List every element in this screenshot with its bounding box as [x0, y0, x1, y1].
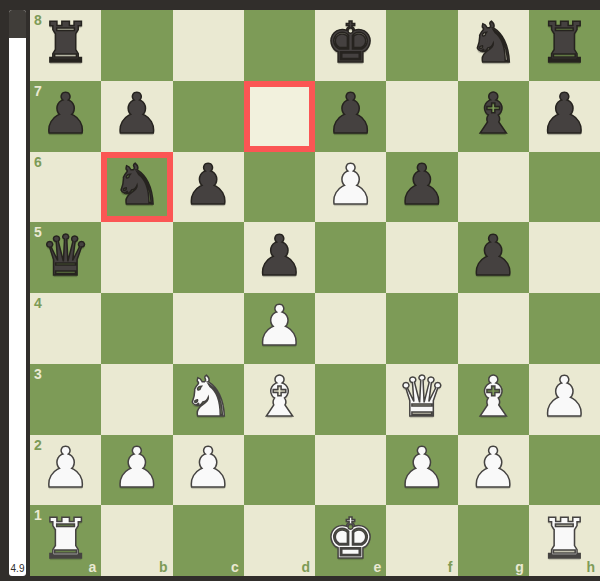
black-rook-a8[interactable]: ♜ — [41, 8, 91, 78]
square-d8[interactable] — [244, 10, 315, 81]
square-g3[interactable]: ♝ — [458, 364, 529, 435]
square-a6[interactable]: 6 — [30, 152, 101, 223]
square-d2[interactable] — [244, 435, 315, 506]
square-c7[interactable] — [173, 81, 244, 152]
white-pawn-f2[interactable]: ♟ — [397, 433, 447, 503]
white-king-e1[interactable]: ♚ — [326, 504, 376, 574]
white-knight-c3[interactable]: ♞ — [183, 362, 233, 432]
square-f4[interactable] — [386, 293, 457, 364]
file-label-d: d — [301, 559, 310, 575]
chess-board: 8♜♚♞♜7♟♟♟♝♟6♞♟♟♟5♛♟♟4♟3♞♝♛♝♟2♟♟♟♟♟1a♜bcd… — [30, 10, 600, 576]
file-label-g: g — [515, 559, 524, 575]
black-pawn-g5[interactable]: ♟ — [468, 221, 518, 291]
square-d3[interactable]: ♝ — [244, 364, 315, 435]
square-h5[interactable] — [529, 222, 600, 293]
black-knight-g8[interactable]: ♞ — [468, 8, 518, 78]
black-pawn-h7[interactable]: ♟ — [539, 79, 589, 149]
square-b8[interactable] — [101, 10, 172, 81]
square-g7[interactable]: ♝ — [458, 81, 529, 152]
evaluation-bar: 4.9 — [9, 10, 26, 576]
square-g6[interactable] — [458, 152, 529, 223]
black-rook-h8[interactable]: ♜ — [539, 8, 589, 78]
square-e5[interactable] — [315, 222, 386, 293]
square-f2[interactable]: ♟ — [386, 435, 457, 506]
square-c8[interactable] — [173, 10, 244, 81]
square-b5[interactable] — [101, 222, 172, 293]
white-pawn-d4[interactable]: ♟ — [254, 291, 304, 361]
square-h2[interactable] — [529, 435, 600, 506]
square-b6[interactable]: ♞ — [101, 152, 172, 223]
evaluation-bar-black-portion — [9, 10, 26, 38]
square-f3[interactable]: ♛ — [386, 364, 457, 435]
rank-label-4: 4 — [34, 295, 42, 311]
square-f1[interactable]: f — [386, 505, 457, 576]
square-b2[interactable]: ♟ — [101, 435, 172, 506]
black-pawn-e7[interactable]: ♟ — [326, 79, 376, 149]
white-pawn-e6[interactable]: ♟ — [326, 150, 376, 220]
black-pawn-f6[interactable]: ♟ — [397, 150, 447, 220]
white-pawn-h3[interactable]: ♟ — [539, 362, 589, 432]
square-f8[interactable] — [386, 10, 457, 81]
square-a5[interactable]: 5♛ — [30, 222, 101, 293]
white-pawn-g2[interactable]: ♟ — [468, 433, 518, 503]
square-d4[interactable]: ♟ — [244, 293, 315, 364]
square-h8[interactable]: ♜ — [529, 10, 600, 81]
square-f7[interactable] — [386, 81, 457, 152]
square-a7[interactable]: 7♟ — [30, 81, 101, 152]
square-d5[interactable]: ♟ — [244, 222, 315, 293]
file-label-c: c — [231, 559, 239, 575]
square-a3[interactable]: 3 — [30, 364, 101, 435]
square-a8[interactable]: 8♜ — [30, 10, 101, 81]
square-b7[interactable]: ♟ — [101, 81, 172, 152]
square-a4[interactable]: 4 — [30, 293, 101, 364]
square-b1[interactable]: b — [101, 505, 172, 576]
black-pawn-c6[interactable]: ♟ — [183, 150, 233, 220]
square-g8[interactable]: ♞ — [458, 10, 529, 81]
square-b4[interactable] — [101, 293, 172, 364]
black-pawn-d5[interactable]: ♟ — [254, 221, 304, 291]
black-knight-b6[interactable]: ♞ — [112, 150, 162, 220]
square-c5[interactable] — [173, 222, 244, 293]
square-g2[interactable]: ♟ — [458, 435, 529, 506]
square-c2[interactable]: ♟ — [173, 435, 244, 506]
square-e7[interactable]: ♟ — [315, 81, 386, 152]
black-pawn-a7[interactable]: ♟ — [41, 79, 91, 149]
square-h4[interactable] — [529, 293, 600, 364]
white-pawn-c2[interactable]: ♟ — [183, 433, 233, 503]
square-b3[interactable] — [101, 364, 172, 435]
white-rook-h1[interactable]: ♜ — [539, 504, 589, 574]
square-d7[interactable] — [244, 81, 315, 152]
square-h6[interactable] — [529, 152, 600, 223]
square-g5[interactable]: ♟ — [458, 222, 529, 293]
black-queen-a5[interactable]: ♛ — [41, 221, 91, 291]
square-c6[interactable]: ♟ — [173, 152, 244, 223]
square-c3[interactable]: ♞ — [173, 364, 244, 435]
white-queen-f3[interactable]: ♛ — [397, 362, 447, 432]
square-f6[interactable]: ♟ — [386, 152, 457, 223]
rank-label-6: 6 — [34, 154, 42, 170]
white-rook-a1[interactable]: ♜ — [41, 504, 91, 574]
square-e3[interactable] — [315, 364, 386, 435]
square-a2[interactable]: 2♟ — [30, 435, 101, 506]
square-e4[interactable] — [315, 293, 386, 364]
square-a1[interactable]: 1a♜ — [30, 505, 101, 576]
white-pawn-b2[interactable]: ♟ — [112, 433, 162, 503]
evaluation-score: 4.9 — [9, 563, 26, 574]
square-d1[interactable]: d — [244, 505, 315, 576]
square-f5[interactable] — [386, 222, 457, 293]
square-e1[interactable]: e♚ — [315, 505, 386, 576]
black-bishop-g7[interactable]: ♝ — [468, 79, 518, 149]
square-e6[interactable]: ♟ — [315, 152, 386, 223]
square-c4[interactable] — [173, 293, 244, 364]
rank-label-3: 3 — [34, 366, 42, 382]
white-pawn-a2[interactable]: ♟ — [41, 433, 91, 503]
file-label-f: f — [448, 559, 453, 575]
black-king-e8[interactable]: ♚ — [326, 8, 376, 78]
square-d6[interactable] — [244, 152, 315, 223]
white-bishop-d3[interactable]: ♝ — [254, 362, 304, 432]
square-g4[interactable] — [458, 293, 529, 364]
square-h1[interactable]: h♜ — [529, 505, 600, 576]
black-pawn-b7[interactable]: ♟ — [112, 79, 162, 149]
file-label-b: b — [159, 559, 168, 575]
square-c1[interactable]: c — [173, 505, 244, 576]
square-g1[interactable]: g — [458, 505, 529, 576]
square-h7[interactable]: ♟ — [529, 81, 600, 152]
white-bishop-g3[interactable]: ♝ — [468, 362, 518, 432]
square-e2[interactable] — [315, 435, 386, 506]
square-e8[interactable]: ♚ — [315, 10, 386, 81]
square-h3[interactable]: ♟ — [529, 364, 600, 435]
